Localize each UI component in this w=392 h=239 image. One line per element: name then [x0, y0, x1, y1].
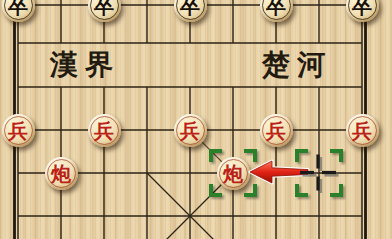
piece-glyph: 卒 [180, 0, 200, 16]
bracket-corner [209, 184, 222, 197]
piece-glyph: 兵 [266, 121, 286, 141]
bracket-corner [244, 184, 257, 197]
piece-glyph: 兵 [352, 121, 372, 141]
piece-glyph: 卒 [94, 0, 114, 16]
bracket-corner [330, 184, 343, 197]
piece-red-soldier[interactable]: 兵 [346, 114, 379, 147]
piece-glyph: 兵 [180, 121, 200, 141]
river-label-han: 漢界 [46, 50, 124, 80]
bracket-corner [244, 149, 257, 162]
piece-glyph: 卒 [352, 0, 372, 16]
bracket-corner [295, 184, 308, 197]
piece-glyph: 兵 [8, 121, 28, 141]
piece-glyph: 兵 [94, 121, 114, 141]
piece-red-cannon[interactable]: 炮 [45, 157, 78, 190]
piece-red-soldier[interactable]: 兵 [88, 114, 121, 147]
piece-red-soldier[interactable]: 兵 [2, 114, 35, 147]
bracket-corner [295, 149, 308, 162]
selection-bracket [209, 149, 257, 197]
target-point-bracket[interactable] [295, 149, 343, 197]
bracket-corner [209, 149, 222, 162]
xiangqi-board: 漢界 楚河 卒卒卒卒卒兵兵兵兵兵炮炮 [0, 0, 392, 239]
piece-red-soldier[interactable]: 兵 [260, 114, 293, 147]
piece-glyph: 卒 [266, 0, 286, 16]
bracket-corner [330, 149, 343, 162]
piece-red-soldier[interactable]: 兵 [174, 114, 207, 147]
river-label-chu: 楚河 [258, 50, 336, 80]
piece-glyph: 卒 [8, 0, 28, 16]
piece-glyph: 炮 [51, 164, 71, 184]
